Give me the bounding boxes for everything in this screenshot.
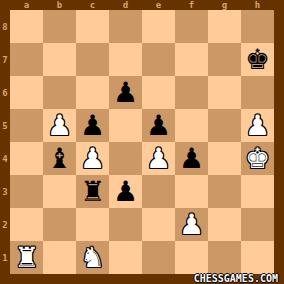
piece-black-king[interactable]: ♚ (241, 43, 274, 76)
square-c2[interactable] (76, 208, 109, 241)
square-b5[interactable]: ♟ (43, 109, 76, 142)
piece-black-rook[interactable]: ♜ (76, 175, 109, 208)
piece-black-pawn[interactable]: ♟ (109, 76, 142, 109)
file-label-a: a (10, 0, 43, 10)
file-labels: abcdefgh (10, 0, 274, 10)
square-g2[interactable] (208, 208, 241, 241)
square-g7[interactable] (208, 43, 241, 76)
piece-white-pawn[interactable]: ♟ (76, 142, 109, 175)
square-a1[interactable]: ♜ (10, 241, 43, 274)
rank-label-7: 7 (0, 43, 10, 76)
piece-black-pawn[interactable]: ♟ (175, 142, 208, 175)
piece-white-king[interactable]: ♚ (241, 142, 274, 175)
footer-bar: CHESSGAMES.COM (0, 274, 284, 284)
square-b6[interactable] (43, 76, 76, 109)
piece-black-pawn[interactable]: ♟ (76, 109, 109, 142)
square-f5[interactable] (175, 109, 208, 142)
square-a4[interactable] (10, 142, 43, 175)
square-c7[interactable] (76, 43, 109, 76)
square-c6[interactable] (76, 76, 109, 109)
square-e1[interactable] (142, 241, 175, 274)
square-g8[interactable] (208, 10, 241, 43)
square-e2[interactable] (142, 208, 175, 241)
square-c5[interactable]: ♟ (76, 109, 109, 142)
square-b7[interactable] (43, 43, 76, 76)
square-a2[interactable] (10, 208, 43, 241)
file-label-b: b (43, 0, 76, 10)
file-label-g: g (208, 0, 241, 10)
board: ♚♟♟♟♟♟♝♟♟♟♚♜♟♟♜♞ (10, 10, 274, 274)
square-e3[interactable] (142, 175, 175, 208)
square-a6[interactable] (10, 76, 43, 109)
square-d5[interactable] (109, 109, 142, 142)
square-e8[interactable] (142, 10, 175, 43)
square-h1[interactable] (241, 241, 274, 274)
square-g4[interactable] (208, 142, 241, 175)
piece-white-pawn[interactable]: ♟ (142, 142, 175, 175)
rank-label-2: 2 (0, 208, 10, 241)
square-f2[interactable]: ♟ (175, 208, 208, 241)
square-c1[interactable]: ♞ (76, 241, 109, 274)
square-c3[interactable]: ♜ (76, 175, 109, 208)
piece-white-rook[interactable]: ♜ (10, 241, 43, 274)
square-e5[interactable]: ♟ (142, 109, 175, 142)
square-d3[interactable]: ♟ (109, 175, 142, 208)
square-g3[interactable] (208, 175, 241, 208)
file-label-f: f (175, 0, 208, 10)
piece-white-pawn[interactable]: ♟ (241, 109, 274, 142)
piece-black-bishop[interactable]: ♝ (43, 142, 76, 175)
square-d8[interactable] (109, 10, 142, 43)
square-d2[interactable] (109, 208, 142, 241)
square-c4[interactable]: ♟ (76, 142, 109, 175)
square-e6[interactable] (142, 76, 175, 109)
square-h2[interactable] (241, 208, 274, 241)
square-h4[interactable]: ♚ (241, 142, 274, 175)
file-label-h: h (241, 0, 274, 10)
file-label-c: c (76, 0, 109, 10)
square-f7[interactable] (175, 43, 208, 76)
square-c8[interactable] (76, 10, 109, 43)
square-h7[interactable]: ♚ (241, 43, 274, 76)
square-e4[interactable]: ♟ (142, 142, 175, 175)
rank-label-6: 6 (0, 76, 10, 109)
square-g5[interactable] (208, 109, 241, 142)
square-e7[interactable] (142, 43, 175, 76)
piece-white-pawn[interactable]: ♟ (43, 109, 76, 142)
file-label-e: e (142, 0, 175, 10)
square-b3[interactable] (43, 175, 76, 208)
square-b2[interactable] (43, 208, 76, 241)
rank-label-1: 1 (0, 241, 10, 274)
piece-black-pawn[interactable]: ♟ (109, 175, 142, 208)
square-g1[interactable] (208, 241, 241, 274)
square-a3[interactable] (10, 175, 43, 208)
square-g6[interactable] (208, 76, 241, 109)
chess-diagram: abcdefgh 87654321 ♚♟♟♟♟♟♝♟♟♟♚♜♟♟♜♞ CHESS… (0, 0, 284, 284)
square-h6[interactable] (241, 76, 274, 109)
piece-white-knight[interactable]: ♞ (76, 241, 109, 274)
square-b4[interactable]: ♝ (43, 142, 76, 175)
file-label-d: d (109, 0, 142, 10)
square-d1[interactable] (109, 241, 142, 274)
square-a7[interactable] (10, 43, 43, 76)
square-d4[interactable] (109, 142, 142, 175)
rank-label-3: 3 (0, 175, 10, 208)
square-b1[interactable] (43, 241, 76, 274)
rank-labels: 87654321 (0, 10, 10, 274)
piece-black-pawn[interactable]: ♟ (142, 109, 175, 142)
square-b8[interactable] (43, 10, 76, 43)
rank-label-5: 5 (0, 109, 10, 142)
site-label: CHESSGAMES.COM (194, 274, 278, 284)
square-a8[interactable] (10, 10, 43, 43)
square-f1[interactable] (175, 241, 208, 274)
square-f6[interactable] (175, 76, 208, 109)
square-h5[interactable]: ♟ (241, 109, 274, 142)
square-d7[interactable] (109, 43, 142, 76)
square-f3[interactable] (175, 175, 208, 208)
square-h8[interactable] (241, 10, 274, 43)
square-a5[interactable] (10, 109, 43, 142)
piece-white-pawn[interactable]: ♟ (175, 208, 208, 241)
square-d6[interactable]: ♟ (109, 76, 142, 109)
square-h3[interactable] (241, 175, 274, 208)
square-f4[interactable]: ♟ (175, 142, 208, 175)
rank-label-8: 8 (0, 10, 10, 43)
rank-label-4: 4 (0, 142, 10, 175)
square-f8[interactable] (175, 10, 208, 43)
